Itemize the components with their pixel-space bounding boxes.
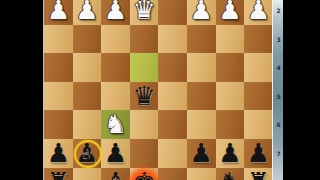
square-g5[interactable]: [73, 82, 102, 111]
piece-white-P-c2[interactable]: ♟: [187, 0, 216, 25]
chess-board[interactable]: ♟♟♟♛♟♟♟♛♞♟♟☝♟♟♟♟♜♝♚♞♜: [43, 0, 273, 180]
square-c8[interactable]: [187, 168, 216, 180]
piece-white-P-h2[interactable]: ♟: [44, 0, 73, 25]
board-frame-strip: 2 3 4 5 6 7: [272, 0, 283, 180]
square-e2[interactable]: ♛: [130, 0, 159, 25]
square-f8[interactable]: ♝: [101, 168, 130, 180]
square-c3[interactable]: [187, 25, 216, 54]
square-e5[interactable]: ♛: [130, 82, 159, 111]
square-b8[interactable]: ♞: [216, 168, 245, 180]
square-g7[interactable]: ♟☝: [73, 139, 102, 168]
square-c2[interactable]: ♟: [187, 0, 216, 25]
rank-label-5: 5: [273, 93, 284, 100]
square-a8[interactable]: ♜: [244, 168, 273, 180]
piece-white-P-a2[interactable]: ♟: [244, 0, 273, 25]
square-d6[interactable]: [158, 110, 187, 139]
square-c5[interactable]: [187, 82, 216, 111]
square-b3[interactable]: [216, 25, 245, 54]
square-f5[interactable]: [101, 82, 130, 111]
square-e3[interactable]: [130, 25, 159, 54]
square-e4[interactable]: [130, 53, 159, 82]
square-d8[interactable]: [158, 168, 187, 180]
square-c7[interactable]: ♟: [187, 139, 216, 168]
square-f7[interactable]: ♟: [101, 139, 130, 168]
piece-white-P-b2[interactable]: ♟: [216, 0, 245, 25]
square-a5[interactable]: [244, 82, 273, 111]
square-h6[interactable]: [44, 110, 73, 139]
square-a6[interactable]: [244, 110, 273, 139]
rank-label-7: 7: [273, 150, 284, 157]
piece-black-B-f8[interactable]: ♝: [101, 168, 130, 180]
square-d7[interactable]: [158, 139, 187, 168]
square-g8[interactable]: [73, 168, 102, 180]
square-f4[interactable]: [101, 53, 130, 82]
square-a2[interactable]: ♟: [244, 0, 273, 25]
piece-black-P-f7[interactable]: ♟: [101, 139, 130, 168]
square-d5[interactable]: [158, 82, 187, 111]
square-a4[interactable]: [244, 53, 273, 82]
square-h3[interactable]: [44, 25, 73, 54]
square-f6[interactable]: ♞: [101, 110, 130, 139]
square-g6[interactable]: [73, 110, 102, 139]
square-g4[interactable]: [73, 53, 102, 82]
piece-white-Q-e2[interactable]: ♛: [130, 0, 159, 25]
square-e8[interactable]: ♚: [130, 168, 159, 180]
square-c4[interactable]: [187, 53, 216, 82]
square-d4[interactable]: [158, 53, 187, 82]
piece-black-K-e8[interactable]: ♚: [130, 168, 159, 180]
piece-black-P-a7[interactable]: ♟: [244, 139, 273, 168]
piece-black-R-h8[interactable]: ♜: [44, 168, 73, 180]
square-b5[interactable]: [216, 82, 245, 111]
square-f2[interactable]: ♟: [101, 0, 130, 25]
square-g2[interactable]: ♟: [73, 0, 102, 25]
piece-black-R-a8[interactable]: ♜: [244, 168, 273, 180]
square-b6[interactable]: [216, 110, 245, 139]
square-c6[interactable]: [187, 110, 216, 139]
piece-black-P-h7[interactable]: ♟: [44, 139, 73, 168]
piece-white-P-f2[interactable]: ♟: [101, 0, 130, 25]
piece-black-N-b8[interactable]: ♞: [216, 168, 245, 180]
rank-label-2: 2: [273, 7, 284, 14]
square-d3[interactable]: [158, 25, 187, 54]
piece-black-P-b7[interactable]: ♟: [216, 139, 245, 168]
square-a3[interactable]: [244, 25, 273, 54]
square-h5[interactable]: [44, 82, 73, 111]
square-a7[interactable]: ♟: [244, 139, 273, 168]
rank-label-4: 4: [273, 64, 284, 71]
rank-label-3: 3: [273, 36, 284, 43]
square-h7[interactable]: ♟: [44, 139, 73, 168]
square-b4[interactable]: [216, 53, 245, 82]
square-h4[interactable]: [44, 53, 73, 82]
rank-label-6: 6: [273, 121, 284, 128]
square-f3[interactable]: [101, 25, 130, 54]
piece-black-Q-e5[interactable]: ♛: [130, 82, 159, 111]
square-e6[interactable]: [130, 110, 159, 139]
piece-white-P-g2[interactable]: ♟: [73, 0, 102, 25]
hand-cursor-icon: ☝: [81, 147, 91, 161]
square-h2[interactable]: ♟: [44, 0, 73, 25]
piece-black-P-c7[interactable]: ♟: [187, 139, 216, 168]
square-g3[interactable]: [73, 25, 102, 54]
square-h8[interactable]: ♜: [44, 168, 73, 180]
square-b2[interactable]: ♟: [216, 0, 245, 25]
square-d2[interactable]: [158, 0, 187, 25]
piece-white-N-f6[interactable]: ♞: [101, 110, 130, 139]
square-b7[interactable]: ♟: [216, 139, 245, 168]
